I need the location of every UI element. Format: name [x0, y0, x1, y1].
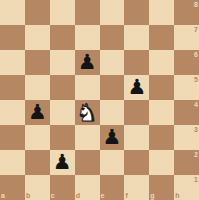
square-a4[interactable]	[0, 100, 25, 125]
square-b1[interactable]: b	[25, 175, 50, 200]
square-c3[interactable]	[50, 125, 75, 150]
square-g5[interactable]	[149, 75, 174, 100]
square-a3[interactable]	[0, 125, 25, 150]
square-d7[interactable]	[75, 25, 100, 50]
square-h6[interactable]: 6	[174, 50, 199, 75]
square-c5[interactable]	[50, 75, 75, 100]
square-g4[interactable]	[149, 100, 174, 125]
square-c8[interactable]	[50, 0, 75, 25]
square-c4[interactable]	[50, 100, 75, 125]
square-g2[interactable]	[149, 150, 174, 175]
square-h3[interactable]: 3	[174, 125, 199, 150]
file-label-g: g	[150, 192, 154, 199]
square-b8[interactable]	[25, 0, 50, 25]
white-knight-d4[interactable]: ♞	[76, 101, 98, 125]
square-h8[interactable]: 8	[174, 0, 199, 25]
square-c6[interactable]	[50, 50, 75, 75]
square-b5[interactable]	[25, 75, 50, 100]
rank-label-8: 8	[194, 1, 198, 8]
square-e5[interactable]	[100, 75, 125, 100]
file-label-h: h	[175, 192, 179, 199]
rank-label-2: 2	[194, 151, 198, 158]
black-pawn-e3[interactable]: ♟	[103, 127, 122, 148]
square-f6[interactable]	[124, 50, 149, 75]
square-g6[interactable]	[149, 50, 174, 75]
square-f7[interactable]	[124, 25, 149, 50]
rank-label-4: 4	[194, 101, 198, 108]
square-b3[interactable]	[25, 125, 50, 150]
square-g8[interactable]	[149, 0, 174, 25]
square-a8[interactable]	[0, 0, 25, 25]
square-a7[interactable]	[0, 25, 25, 50]
square-c2[interactable]: ♟	[50, 150, 75, 175]
black-pawn-c2[interactable]: ♟	[53, 152, 72, 173]
square-f3[interactable]	[124, 125, 149, 150]
rank-label-7: 7	[194, 26, 198, 33]
black-pawn-d6[interactable]: ♟	[78, 52, 97, 73]
rank-label-6: 6	[194, 51, 198, 58]
chess-board: 87♟6♟5♟♞4♟3♟2abcdefgh1	[0, 0, 199, 200]
square-e3[interactable]: ♟	[100, 125, 125, 150]
square-e2[interactable]	[100, 150, 125, 175]
square-h5[interactable]: 5	[174, 75, 199, 100]
square-e7[interactable]	[100, 25, 125, 50]
square-a2[interactable]	[0, 150, 25, 175]
square-a5[interactable]	[0, 75, 25, 100]
file-label-d: d	[76, 192, 80, 199]
black-pawn-f5[interactable]: ♟	[127, 77, 146, 98]
square-b6[interactable]	[25, 50, 50, 75]
black-pawn-b4[interactable]: ♟	[28, 102, 47, 123]
square-e8[interactable]	[100, 0, 125, 25]
square-h4[interactable]: 4	[174, 100, 199, 125]
square-d5[interactable]	[75, 75, 100, 100]
chess-board-container: 87♟6♟5♟♞4♟3♟2abcdefgh1	[0, 0, 199, 200]
square-f2[interactable]	[124, 150, 149, 175]
square-f4[interactable]	[124, 100, 149, 125]
square-e1[interactable]: e	[100, 175, 125, 200]
rank-label-3: 3	[194, 126, 198, 133]
square-c1[interactable]: c	[50, 175, 75, 200]
square-b2[interactable]	[25, 150, 50, 175]
square-g7[interactable]	[149, 25, 174, 50]
square-d6[interactable]: ♟	[75, 50, 100, 75]
square-g3[interactable]	[149, 125, 174, 150]
square-e6[interactable]	[100, 50, 125, 75]
square-f8[interactable]	[124, 0, 149, 25]
square-h1[interactable]: h1	[174, 175, 199, 200]
rank-label-5: 5	[194, 76, 198, 83]
square-b7[interactable]	[25, 25, 50, 50]
square-d4[interactable]: ♞	[75, 100, 100, 125]
file-label-a: a	[1, 192, 5, 199]
file-label-c: c	[51, 192, 55, 199]
square-e4[interactable]	[100, 100, 125, 125]
file-label-f: f	[125, 192, 127, 199]
square-a6[interactable]	[0, 50, 25, 75]
file-label-e: e	[101, 192, 105, 199]
square-b4[interactable]: ♟	[25, 100, 50, 125]
square-d2[interactable]	[75, 150, 100, 175]
rank-label-1: 1	[194, 176, 198, 183]
file-label-b: b	[26, 192, 30, 199]
square-c7[interactable]	[50, 25, 75, 50]
square-d8[interactable]	[75, 0, 100, 25]
square-g1[interactable]: g	[149, 175, 174, 200]
square-a1[interactable]: a	[0, 175, 25, 200]
square-f1[interactable]: f	[124, 175, 149, 200]
square-d1[interactable]: d	[75, 175, 100, 200]
square-d3[interactable]	[75, 125, 100, 150]
square-h2[interactable]: 2	[174, 150, 199, 175]
square-h7[interactable]: 7	[174, 25, 199, 50]
square-f5[interactable]: ♟	[124, 75, 149, 100]
